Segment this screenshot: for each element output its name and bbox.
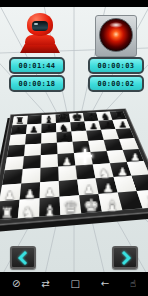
avatar-pedestal bbox=[20, 44, 60, 53]
game-scene: 00:01:44 00:00:18 00:00:03 00:00:02 ♜♝♛♚… bbox=[0, 7, 148, 272]
piece-black-pawn[interactable]: ♟ bbox=[71, 123, 86, 132]
square-b3[interactable] bbox=[21, 168, 40, 184]
square-c3[interactable] bbox=[40, 167, 59, 182]
red-eye-icon bbox=[99, 18, 133, 52]
piece-white-knight[interactable]: ♞ bbox=[18, 204, 39, 219]
square-f3[interactable]: ♞ bbox=[93, 163, 114, 178]
piece-white-rook[interactable]: ♜ bbox=[0, 206, 18, 220]
piece-white-bishop[interactable]: ♝ bbox=[39, 202, 60, 217]
square-e3[interactable] bbox=[76, 164, 96, 179]
piece-white-pawn[interactable]: ♟ bbox=[0, 190, 20, 202]
square-b7[interactable]: ♟ bbox=[26, 124, 41, 134]
square-a8[interactable]: ♜ bbox=[12, 116, 27, 125]
square-h4[interactable]: ♟ bbox=[123, 149, 144, 162]
square-g7[interactable]: ♟ bbox=[99, 120, 116, 130]
piece-white-pawn[interactable]: ♟ bbox=[79, 184, 99, 196]
left-clock-total: 00:01:44 bbox=[9, 57, 65, 74]
piece-black-king[interactable]: ♚ bbox=[70, 112, 84, 123]
piece-white-pawn[interactable]: ♟ bbox=[40, 187, 60, 199]
piece-black-pawn[interactable]: ♟ bbox=[26, 126, 41, 135]
android-navigation-bar: ⊘ ⇄ □ ← ☝ bbox=[0, 272, 148, 296]
piece-black-bishop[interactable]: ♝ bbox=[42, 115, 56, 125]
status-bar bbox=[0, 0, 148, 7]
piece-black-pawn[interactable]: ♟ bbox=[57, 134, 73, 143]
piece-white-king[interactable]: ♚ bbox=[81, 197, 102, 214]
sparkle-effect bbox=[78, 149, 92, 163]
square-a2[interactable]: ♟ bbox=[0, 184, 21, 202]
square-f8[interactable]: ♝ bbox=[83, 112, 99, 121]
square-e7[interactable]: ♟ bbox=[70, 121, 86, 131]
piece-black-pawn[interactable]: ♟ bbox=[86, 123, 101, 132]
helmet-visor bbox=[32, 21, 48, 31]
undo-move-button[interactable] bbox=[10, 246, 36, 269]
square-a1[interactable]: ♜ bbox=[0, 200, 20, 220]
piece-white-pawn[interactable]: ♟ bbox=[98, 183, 118, 195]
square-f4[interactable] bbox=[90, 151, 110, 164]
right-clock-move: 00:00:02 bbox=[88, 75, 144, 92]
square-d1[interactable]: ♛ bbox=[60, 195, 82, 215]
avatar-torso bbox=[25, 35, 55, 45]
back-icon[interactable]: ← bbox=[101, 279, 109, 289]
eye-highlight bbox=[109, 22, 123, 28]
board-area: ♜♝♛♚♝♞♜♟♟♟♞♟♟♟♟♟♟♟♞♟♟♟♟♟♟♜♞♝♛♚♝♜ bbox=[0, 95, 148, 205]
square-h2[interactable] bbox=[131, 174, 148, 191]
square-b5[interactable] bbox=[24, 144, 41, 157]
chevron-left-icon bbox=[17, 250, 31, 264]
piece-black-pawn[interactable]: ♟ bbox=[41, 125, 56, 134]
square-c4[interactable] bbox=[40, 154, 58, 168]
piece-black-knight[interactable]: ♞ bbox=[56, 123, 71, 133]
visor-glint bbox=[34, 23, 38, 25]
square-d4[interactable]: ♟ bbox=[57, 153, 75, 167]
piece-black-rook[interactable]: ♜ bbox=[13, 117, 28, 126]
chevron-right-icon bbox=[116, 250, 130, 264]
piece-white-rook[interactable]: ♜ bbox=[142, 195, 148, 209]
square-e8[interactable]: ♚ bbox=[69, 113, 84, 122]
overview-icon[interactable]: □ bbox=[70, 279, 79, 289]
piece-white-pawn[interactable]: ♟ bbox=[127, 153, 144, 163]
square-f2[interactable]: ♟ bbox=[95, 177, 117, 194]
square-f1[interactable]: ♝ bbox=[99, 192, 123, 211]
square-b4[interactable] bbox=[23, 155, 41, 169]
left-clock-move: 00:00:18 bbox=[9, 75, 65, 92]
square-g8[interactable]: ♞ bbox=[96, 112, 112, 121]
red-helmet-icon bbox=[27, 13, 53, 36]
piece-white-pawn[interactable]: ♟ bbox=[20, 189, 40, 201]
square-d2[interactable] bbox=[59, 180, 79, 197]
right-clock-total: 00:00:03 bbox=[88, 57, 144, 74]
piece-black-pawn[interactable]: ♟ bbox=[115, 121, 130, 130]
square-d7[interactable]: ♞ bbox=[56, 122, 71, 132]
square-c8[interactable]: ♝ bbox=[42, 114, 56, 123]
player-left-avatar[interactable] bbox=[18, 13, 62, 61]
square-a7[interactable]: ♟ bbox=[11, 125, 27, 135]
data-saver-icon[interactable]: ⊘ bbox=[12, 279, 20, 289]
piece-black-pawn[interactable]: ♟ bbox=[11, 127, 26, 136]
piece-white-pawn[interactable]: ♟ bbox=[113, 167, 131, 178]
square-g6[interactable] bbox=[101, 129, 119, 140]
piece-white-bishop[interactable]: ♝ bbox=[102, 198, 123, 212]
chess-board[interactable]: ♜♝♛♚♝♞♜♟♟♟♞♟♟♟♟♟♟♟♞♟♟♟♟♟♟♜♞♝♛♚♝♜ bbox=[0, 109, 148, 225]
swap-icon[interactable]: ⇄ bbox=[41, 279, 49, 289]
square-a3[interactable] bbox=[2, 169, 22, 185]
square-e1[interactable]: ♚ bbox=[79, 194, 102, 213]
touch-icon[interactable]: ☝ bbox=[130, 279, 136, 289]
square-d6[interactable]: ♟ bbox=[56, 131, 72, 142]
player-right-avatar[interactable] bbox=[95, 15, 137, 57]
chess-app-screen: 00:01:44 00:00:18 00:00:03 00:00:02 ♜♝♛♚… bbox=[0, 0, 148, 296]
square-b6[interactable] bbox=[25, 133, 41, 144]
square-c7[interactable]: ♟ bbox=[41, 123, 56, 133]
piece-black-pawn[interactable]: ♟ bbox=[101, 122, 116, 131]
square-c1[interactable]: ♝ bbox=[39, 197, 60, 217]
square-c5[interactable] bbox=[41, 143, 58, 155]
square-a6[interactable] bbox=[9, 134, 26, 145]
square-c2[interactable]: ♟ bbox=[40, 181, 60, 198]
square-d5[interactable] bbox=[57, 142, 74, 154]
square-b1[interactable]: ♞ bbox=[18, 198, 40, 218]
piece-white-knight[interactable]: ♞ bbox=[95, 166, 113, 179]
square-f7[interactable]: ♟ bbox=[84, 121, 101, 131]
square-h5[interactable] bbox=[119, 138, 139, 150]
piece-white-pawn[interactable]: ♟ bbox=[58, 157, 75, 167]
square-g4[interactable] bbox=[107, 150, 127, 163]
square-d3[interactable] bbox=[58, 166, 77, 181]
square-b2[interactable]: ♟ bbox=[20, 182, 40, 200]
redo-move-button[interactable] bbox=[112, 246, 138, 269]
piece-white-queen[interactable]: ♛ bbox=[60, 199, 81, 215]
